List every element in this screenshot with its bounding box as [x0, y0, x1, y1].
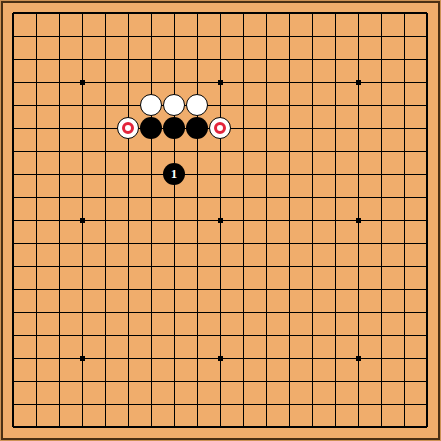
circle-marker-icon [214, 122, 226, 134]
stones-layer: 1 [2, 2, 439, 439]
white-stone [140, 94, 162, 116]
go-board-frame: 1 [0, 0, 441, 441]
black-stone [163, 117, 185, 139]
go-board: 1 [1, 1, 440, 440]
black-stone-move-1: 1 [163, 163, 185, 185]
white-stone [163, 94, 185, 116]
move-number-label: 1 [171, 167, 178, 181]
black-stone [186, 117, 208, 139]
circled-white-stone [209, 117, 231, 139]
circle-marker-icon [122, 122, 134, 134]
circled-white-stone [117, 117, 139, 139]
black-stone [140, 117, 162, 139]
white-stone [186, 94, 208, 116]
